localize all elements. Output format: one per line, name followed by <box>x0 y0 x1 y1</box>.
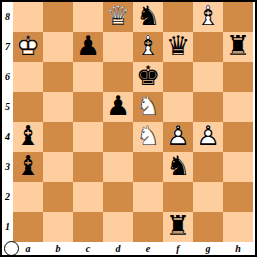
square-h1[interactable] <box>223 212 253 242</box>
black-pawn: ♟ <box>73 32 103 62</box>
white-pawn: ♟♙ <box>193 122 223 152</box>
piece-glyph-fill: ♝ <box>13 121 43 151</box>
file-label-f: f <box>163 242 193 255</box>
square-f2[interactable] <box>163 182 193 212</box>
rank-label-2: 2 <box>2 182 13 212</box>
piece-glyph-fill: ♟ <box>73 31 103 61</box>
black-rook: ♜ <box>223 32 253 62</box>
rank-label-8: 8 <box>2 2 13 32</box>
square-e7[interactable]: ♝♗ <box>133 32 163 62</box>
square-c5[interactable] <box>73 92 103 122</box>
square-e1[interactable] <box>133 212 163 242</box>
white-bishop: ♝♗ <box>193 2 223 32</box>
file-label-b: b <box>43 242 73 255</box>
black-bishop: ♝ <box>13 152 43 182</box>
square-a5[interactable] <box>13 92 43 122</box>
square-e8[interactable]: ♞ <box>133 2 163 32</box>
square-e6[interactable]: ♚ <box>133 62 163 92</box>
square-h8[interactable] <box>223 2 253 32</box>
white-queen: ♛♕ <box>103 2 133 32</box>
square-b3[interactable] <box>43 152 73 182</box>
black-queen: ♛ <box>163 32 193 62</box>
square-e3[interactable] <box>133 152 163 182</box>
file-label-h: h <box>223 242 253 255</box>
square-d4[interactable] <box>103 122 133 152</box>
square-e5[interactable]: ♞♘ <box>133 92 163 122</box>
square-f4[interactable]: ♟♙ <box>163 122 193 152</box>
square-c8[interactable] <box>73 2 103 32</box>
piece-glyph-outline: ♙ <box>163 121 193 151</box>
square-h7[interactable]: ♜ <box>223 32 253 62</box>
square-e4[interactable]: ♞♘ <box>133 122 163 152</box>
square-b1[interactable] <box>43 212 73 242</box>
square-d1[interactable] <box>103 212 133 242</box>
file-labels: abcdefgh <box>13 242 253 255</box>
piece-glyph-outline: ♘ <box>133 91 163 121</box>
square-b8[interactable] <box>43 2 73 32</box>
square-f6[interactable] <box>163 62 193 92</box>
file-label-e: e <box>133 242 163 255</box>
square-h2[interactable] <box>223 182 253 212</box>
square-d5[interactable]: ♟ <box>103 92 133 122</box>
file-label-g: g <box>193 242 223 255</box>
side-to-move-indicator <box>4 241 19 256</box>
square-c2[interactable] <box>73 182 103 212</box>
file-label-c: c <box>73 242 103 255</box>
white-bishop: ♝♗ <box>133 32 163 62</box>
square-g3[interactable] <box>193 152 223 182</box>
square-b6[interactable] <box>43 62 73 92</box>
square-b2[interactable] <box>43 182 73 212</box>
square-h4[interactable] <box>223 122 253 152</box>
piece-glyph-outline: ♕ <box>103 1 133 31</box>
piece-glyph-fill: ♞ <box>163 151 193 181</box>
square-g1[interactable] <box>193 212 223 242</box>
black-bishop: ♝ <box>13 122 43 152</box>
square-d3[interactable] <box>103 152 133 182</box>
piece-glyph-fill: ♚ <box>133 61 163 91</box>
rank-label-7: 7 <box>2 32 13 62</box>
white-king: ♚♔ <box>13 32 43 62</box>
white-knight: ♞♘ <box>133 92 163 122</box>
square-f1[interactable]: ♜ <box>163 212 193 242</box>
square-h3[interactable] <box>223 152 253 182</box>
square-a2[interactable] <box>13 182 43 212</box>
rank-label-5: 5 <box>2 92 13 122</box>
piece-glyph-outline: ♗ <box>193 1 223 31</box>
square-a7[interactable]: ♚♔ <box>13 32 43 62</box>
rank-labels: 87654321 <box>2 2 13 242</box>
black-pawn: ♟ <box>103 92 133 122</box>
square-a1[interactable] <box>13 212 43 242</box>
white-knight: ♞♘ <box>133 122 163 152</box>
rank-label-3: 3 <box>2 152 13 182</box>
white-pawn: ♟♙ <box>163 122 193 152</box>
square-g6[interactable] <box>193 62 223 92</box>
black-king: ♚ <box>133 62 163 92</box>
square-d7[interactable] <box>103 32 133 62</box>
chess-diagram: 87654321 ♛♕♞♝♗♚♔♟♝♗♛♜♚♟♞♘♝♞♘♟♙♟♙♝♞♜ abcd… <box>0 0 257 257</box>
square-d8[interactable]: ♛♕ <box>103 2 133 32</box>
square-b4[interactable] <box>43 122 73 152</box>
piece-glyph-outline: ♘ <box>133 121 163 151</box>
square-h5[interactable] <box>223 92 253 122</box>
square-g7[interactable] <box>193 32 223 62</box>
square-a3[interactable]: ♝ <box>13 152 43 182</box>
square-g4[interactable]: ♟♙ <box>193 122 223 152</box>
piece-glyph-fill: ♟ <box>103 91 133 121</box>
square-d6[interactable] <box>103 62 133 92</box>
piece-glyph-fill: ♝ <box>13 151 43 181</box>
black-knight: ♞ <box>163 152 193 182</box>
rank-label-4: 4 <box>2 122 13 152</box>
square-f3[interactable]: ♞ <box>163 152 193 182</box>
square-a4[interactable]: ♝ <box>13 122 43 152</box>
piece-glyph-fill: ♞ <box>133 1 163 31</box>
black-knight: ♞ <box>133 2 163 32</box>
piece-glyph-fill: ♛ <box>163 31 193 61</box>
square-e2[interactable] <box>133 182 163 212</box>
rank-label-6: 6 <box>2 62 13 92</box>
square-c4[interactable] <box>73 122 103 152</box>
square-g8[interactable]: ♝♗ <box>193 2 223 32</box>
piece-glyph-outline: ♗ <box>133 31 163 61</box>
square-g2[interactable] <box>193 182 223 212</box>
rank-label-1: 1 <box>2 212 13 242</box>
file-label-d: d <box>103 242 133 255</box>
square-h6[interactable] <box>223 62 253 92</box>
square-d2[interactable] <box>103 182 133 212</box>
square-f8[interactable] <box>163 2 193 32</box>
square-b5[interactable] <box>43 92 73 122</box>
square-f7[interactable]: ♛ <box>163 32 193 62</box>
square-c1[interactable] <box>73 212 103 242</box>
square-f5[interactable] <box>163 92 193 122</box>
square-b7[interactable] <box>43 32 73 62</box>
square-a6[interactable] <box>13 62 43 92</box>
chess-board[interactable]: ♛♕♞♝♗♚♔♟♝♗♛♜♚♟♞♘♝♞♘♟♙♟♙♝♞♜ <box>13 2 253 242</box>
square-c3[interactable] <box>73 152 103 182</box>
piece-glyph-fill: ♜ <box>163 211 193 241</box>
black-rook: ♜ <box>163 212 193 242</box>
square-c6[interactable] <box>73 62 103 92</box>
piece-glyph-outline: ♙ <box>193 121 223 151</box>
square-a8[interactable] <box>13 2 43 32</box>
square-g5[interactable] <box>193 92 223 122</box>
square-c7[interactable]: ♟ <box>73 32 103 62</box>
piece-glyph-fill: ♜ <box>223 31 253 61</box>
piece-glyph-outline: ♔ <box>13 31 43 61</box>
